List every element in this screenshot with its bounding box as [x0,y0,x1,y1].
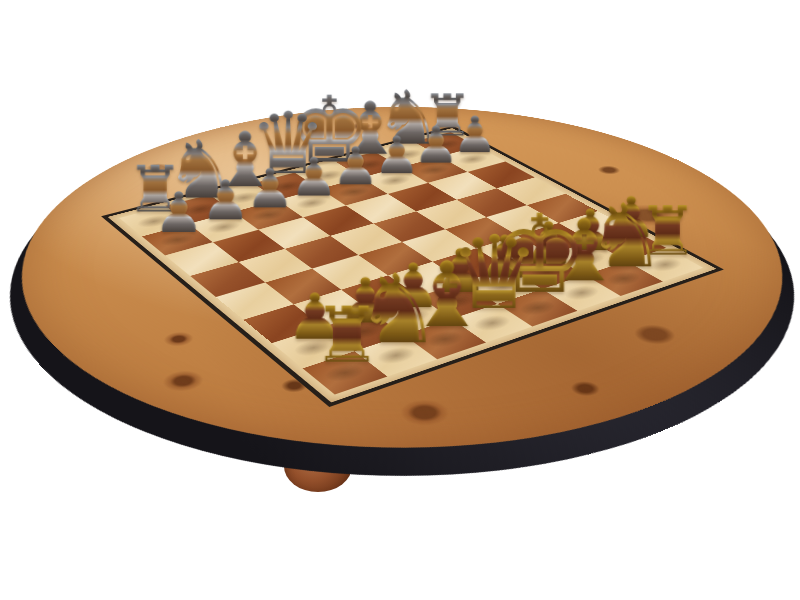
chess-set-product-photo: ♜♞♝♛♚♝♞♜♟♟♟♟♟♟♟♟♟♟♟♟♟♟♟♟♜♞♝♛♚♝♞♜ [0,0,800,600]
piece-black-pawn: ♟ [99,185,259,241]
piece-white-rook: ♜ [254,297,441,374]
scene: ♜♞♝♛♚♝♞♜♟♟♟♟♟♟♟♟♟♟♟♟♟♟♟♟♜♞♝♛♚♝♞♜ [0,0,800,600]
